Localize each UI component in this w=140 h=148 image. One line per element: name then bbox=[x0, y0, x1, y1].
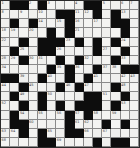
crossword-cell[interactable] bbox=[1, 19, 10, 28]
crossword-cell[interactable]: 9 bbox=[19, 10, 28, 19]
crossword-cell[interactable] bbox=[29, 74, 38, 83]
clue-number: 60 bbox=[29, 120, 33, 124]
crossword-cell[interactable]: 3 bbox=[47, 1, 56, 10]
crossword-cell[interactable]: 65 bbox=[47, 129, 56, 138]
crossword-cell[interactable]: 27 bbox=[102, 47, 111, 56]
crossword-cell[interactable] bbox=[93, 28, 102, 37]
clue-number: 29 bbox=[11, 56, 15, 60]
crossword-cell[interactable] bbox=[75, 47, 84, 56]
crossword-cell[interactable]: 40 bbox=[47, 74, 56, 83]
crossword-cell[interactable]: 48 bbox=[121, 83, 130, 92]
crossword-cell[interactable] bbox=[84, 47, 93, 56]
crossword-cell[interactable] bbox=[29, 38, 38, 47]
clue-number: 30 bbox=[29, 56, 33, 60]
crossword-cell[interactable]: 37 bbox=[102, 65, 111, 74]
crossword-cell[interactable] bbox=[29, 111, 38, 120]
crossword-cell[interactable] bbox=[10, 83, 19, 92]
crossword-cell[interactable] bbox=[65, 47, 74, 56]
clue-number: 48 bbox=[121, 83, 125, 87]
crossword-cell[interactable]: 62 bbox=[84, 120, 93, 129]
crossword-cell[interactable]: 25 bbox=[19, 47, 28, 56]
clue-number: 12 bbox=[84, 10, 88, 14]
clue-number: 1 bbox=[2, 1, 4, 5]
crossword-cell[interactable]: 35 bbox=[56, 65, 65, 74]
clue-number: 45 bbox=[29, 83, 33, 87]
crossword-cell[interactable] bbox=[111, 74, 120, 83]
crossword-cell[interactable] bbox=[29, 65, 38, 74]
black-cell bbox=[19, 38, 28, 47]
crossword-cell[interactable] bbox=[47, 83, 56, 92]
black-cell bbox=[111, 83, 120, 92]
clue-number: 52 bbox=[2, 101, 6, 105]
crossword-cell[interactable] bbox=[65, 101, 74, 110]
clue-number: 3 bbox=[47, 1, 49, 5]
black-cell bbox=[47, 38, 56, 47]
crossword-cell[interactable]: 36 bbox=[75, 65, 84, 74]
clue-number: 50 bbox=[47, 92, 51, 96]
black-cell bbox=[47, 65, 56, 74]
crossword-cell[interactable] bbox=[47, 10, 56, 19]
clue-number: 42 bbox=[121, 74, 125, 78]
clue-number: 39 bbox=[20, 74, 24, 78]
crossword-cell[interactable] bbox=[130, 120, 139, 129]
black-cell bbox=[19, 129, 28, 138]
clue-number: 11 bbox=[75, 10, 79, 14]
clue-number: 7 bbox=[130, 1, 132, 5]
black-cell bbox=[84, 74, 93, 83]
black-cell bbox=[65, 129, 74, 138]
crossword-cell[interactable] bbox=[47, 19, 56, 28]
crossword-cell[interactable]: 69 bbox=[56, 138, 65, 147]
crossword-cell[interactable] bbox=[65, 56, 74, 65]
clue-number: 23 bbox=[66, 38, 70, 42]
crossword-cell[interactable] bbox=[130, 92, 139, 101]
crossword-cell[interactable] bbox=[19, 28, 28, 37]
crossword-cell[interactable]: 60 bbox=[29, 120, 38, 129]
crossword-cell[interactable] bbox=[102, 38, 111, 47]
crossword-cell[interactable]: 43 bbox=[130, 74, 139, 83]
black-cell bbox=[111, 38, 120, 47]
crossword-cell[interactable]: 20 bbox=[29, 28, 38, 37]
crossword-cell[interactable] bbox=[29, 10, 38, 19]
crossword-cell[interactable]: 42 bbox=[121, 74, 130, 83]
crossword-cell[interactable]: 41 bbox=[93, 74, 102, 83]
black-cell bbox=[75, 56, 84, 65]
crossword-cell[interactable]: 34 bbox=[1, 65, 10, 74]
crossword-cell[interactable] bbox=[47, 101, 56, 110]
black-cell bbox=[121, 138, 130, 147]
black-cell bbox=[10, 92, 19, 101]
crossword-cell[interactable]: 53 bbox=[121, 101, 130, 110]
crossword-cell[interactable]: 51 bbox=[102, 92, 111, 101]
crossword-cell[interactable] bbox=[102, 83, 111, 92]
black-cell bbox=[19, 120, 28, 129]
black-cell bbox=[93, 65, 102, 74]
black-cell bbox=[121, 65, 130, 74]
crossword-cell[interactable] bbox=[130, 138, 139, 147]
clue-number: 22 bbox=[2, 38, 6, 42]
crossword-cell[interactable] bbox=[29, 138, 38, 147]
clue-number: 28 bbox=[2, 56, 6, 60]
clue-number: 38 bbox=[112, 65, 116, 69]
crossword-cell[interactable] bbox=[130, 28, 139, 37]
black-cell bbox=[84, 1, 93, 10]
crossword-cell[interactable]: 18 bbox=[1, 28, 10, 37]
clue-number: 21 bbox=[75, 28, 79, 32]
crossword-cell[interactable]: 13 bbox=[121, 10, 130, 19]
black-cell bbox=[38, 101, 47, 110]
black-cell bbox=[56, 56, 65, 65]
crossword-cell[interactable] bbox=[111, 129, 120, 138]
crossword-cell[interactable] bbox=[29, 92, 38, 101]
crossword-cell[interactable] bbox=[56, 129, 65, 138]
clue-number: 59 bbox=[112, 111, 116, 115]
crossword-cell[interactable] bbox=[102, 10, 111, 19]
black-cell bbox=[121, 28, 130, 37]
clue-number: 66 bbox=[84, 129, 88, 133]
clue-number: 34 bbox=[2, 65, 6, 69]
black-cell bbox=[56, 38, 65, 47]
black-cell bbox=[38, 138, 47, 147]
crossword-cell[interactable]: 23 bbox=[65, 38, 74, 47]
crossword-cell[interactable]: 2 bbox=[29, 1, 38, 10]
black-cell bbox=[38, 38, 47, 47]
crossword-cell[interactable] bbox=[84, 19, 93, 28]
clue-number: 69 bbox=[57, 138, 61, 142]
crossword-cell[interactable] bbox=[130, 19, 139, 28]
black-cell bbox=[65, 28, 74, 37]
crossword-grid: 1234567891011121314151617181920212223242… bbox=[1, 1, 139, 147]
black-cell bbox=[29, 19, 38, 28]
crossword-cell[interactable] bbox=[65, 92, 74, 101]
clue-number: 33 bbox=[121, 56, 125, 60]
clue-number: 61 bbox=[75, 120, 79, 124]
crossword-cell[interactable] bbox=[93, 83, 102, 92]
crossword-cell[interactable] bbox=[65, 1, 74, 10]
black-cell bbox=[84, 92, 93, 101]
crossword-cell[interactable]: 1 bbox=[1, 1, 10, 10]
crossword-cell[interactable] bbox=[29, 101, 38, 110]
black-cell bbox=[10, 120, 19, 129]
crossword-cell[interactable]: 45 bbox=[29, 83, 38, 92]
black-cell bbox=[65, 120, 74, 129]
clue-number: 16 bbox=[75, 19, 79, 23]
crossword-cell[interactable]: 28 bbox=[1, 56, 10, 65]
crossword-cell[interactable]: 47 bbox=[84, 83, 93, 92]
crossword-cell[interactable]: 4 bbox=[75, 1, 84, 10]
crossword-cell[interactable] bbox=[102, 56, 111, 65]
black-cell bbox=[19, 83, 28, 92]
crossword-cell[interactable] bbox=[56, 92, 65, 101]
clue-number: 6 bbox=[121, 1, 123, 5]
crossword-cell[interactable]: 32 bbox=[84, 56, 93, 65]
crossword-cell[interactable]: 5 bbox=[102, 1, 111, 10]
black-cell bbox=[84, 111, 93, 120]
crossword-cell[interactable] bbox=[10, 38, 19, 47]
crossword-cell[interactable] bbox=[130, 101, 139, 110]
clue-number: 49 bbox=[20, 92, 24, 96]
black-cell bbox=[38, 47, 47, 56]
black-cell bbox=[93, 38, 102, 47]
crossword-cell[interactable] bbox=[130, 47, 139, 56]
crossword-cell[interactable] bbox=[84, 28, 93, 37]
crossword-cell[interactable] bbox=[130, 10, 139, 19]
crossword-cell[interactable]: 16 bbox=[75, 19, 84, 28]
black-cell bbox=[75, 101, 84, 110]
crossword-cell[interactable] bbox=[111, 120, 120, 129]
crossword-cell[interactable]: 61 bbox=[75, 120, 84, 129]
crossword-cell[interactable] bbox=[1, 92, 10, 101]
crossword-cell[interactable] bbox=[102, 138, 111, 147]
clue-number: 43 bbox=[130, 74, 134, 78]
clue-number: 13 bbox=[121, 10, 125, 14]
crossword-cell[interactable]: 68 bbox=[1, 138, 10, 147]
crossword-cell[interactable] bbox=[56, 28, 65, 37]
crossword-cell[interactable] bbox=[102, 19, 111, 28]
crossword-cell[interactable] bbox=[84, 65, 93, 74]
black-cell bbox=[111, 56, 120, 65]
crossword-cell[interactable]: 29 bbox=[10, 56, 19, 65]
crossword-cell[interactable]: 6 bbox=[121, 1, 130, 10]
black-cell bbox=[93, 10, 102, 19]
crossword-cell[interactable] bbox=[102, 28, 111, 37]
crossword-cell[interactable] bbox=[121, 129, 130, 138]
crossword-cell[interactable]: 11 bbox=[75, 10, 84, 19]
crossword-cell[interactable]: 59 bbox=[111, 111, 120, 120]
black-cell bbox=[38, 129, 47, 138]
crossword-cell[interactable] bbox=[75, 138, 84, 147]
black-cell bbox=[75, 38, 84, 47]
crossword-cell[interactable] bbox=[75, 92, 84, 101]
clue-number: 37 bbox=[103, 65, 107, 69]
black-cell bbox=[65, 74, 74, 83]
crossword-cell[interactable] bbox=[111, 47, 120, 56]
crossword-cell[interactable] bbox=[19, 19, 28, 28]
clue-number: 54 bbox=[20, 111, 24, 115]
crossword-cell[interactable]: 14 bbox=[38, 19, 47, 28]
crossword-cell[interactable] bbox=[10, 101, 19, 110]
black-cell bbox=[93, 92, 102, 101]
clue-number: 32 bbox=[84, 56, 88, 60]
black-cell bbox=[47, 138, 56, 147]
clue-number: 9 bbox=[20, 10, 22, 14]
clue-number: 15 bbox=[57, 19, 61, 23]
crossword-cell[interactable] bbox=[111, 28, 120, 37]
crossword-cell[interactable] bbox=[93, 129, 102, 138]
crossword-cell[interactable]: 44 bbox=[1, 83, 10, 92]
black-cell bbox=[65, 10, 74, 19]
black-cell bbox=[111, 19, 120, 28]
crossword-cell[interactable] bbox=[47, 56, 56, 65]
clue-number: 46 bbox=[66, 83, 70, 87]
black-cell bbox=[10, 19, 19, 28]
black-cell bbox=[93, 47, 102, 56]
crossword-cell[interactable] bbox=[102, 101, 111, 110]
crossword-cell[interactable]: 54 bbox=[19, 111, 28, 120]
black-cell bbox=[38, 92, 47, 101]
crossword-cell[interactable]: 64 bbox=[10, 129, 19, 138]
crossword-cell[interactable] bbox=[29, 47, 38, 56]
crossword-cell[interactable] bbox=[93, 120, 102, 129]
black-cell bbox=[47, 47, 56, 56]
crossword-cell[interactable] bbox=[130, 56, 139, 65]
clue-number: 27 bbox=[103, 47, 107, 51]
crossword-cell[interactable] bbox=[84, 38, 93, 47]
crossword-cell[interactable]: 12 bbox=[84, 10, 93, 19]
crossword-cell[interactable]: 39 bbox=[19, 74, 28, 83]
black-cell bbox=[19, 1, 28, 10]
black-cell bbox=[10, 1, 19, 10]
black-cell bbox=[121, 92, 130, 101]
crossword-cell[interactable] bbox=[56, 120, 65, 129]
crossword-cell[interactable]: 52 bbox=[1, 101, 10, 110]
black-cell bbox=[121, 19, 130, 28]
clue-number: 26 bbox=[57, 47, 61, 51]
black-cell bbox=[19, 101, 28, 110]
black-cell bbox=[93, 1, 102, 10]
clue-number: 53 bbox=[121, 101, 125, 105]
crossword-cell[interactable]: 63 bbox=[1, 129, 10, 138]
clue-number: 24 bbox=[121, 38, 125, 42]
clue-number: 19 bbox=[11, 28, 15, 32]
clue-number: 36 bbox=[75, 65, 79, 69]
clue-number: 31 bbox=[38, 56, 42, 60]
crossword-cell[interactable] bbox=[130, 83, 139, 92]
crossword-cell[interactable] bbox=[10, 65, 19, 74]
crossword-cell[interactable] bbox=[47, 120, 56, 129]
clue-number: 47 bbox=[84, 83, 88, 87]
crossword-cell[interactable]: 19 bbox=[10, 28, 19, 37]
crossword-cell[interactable] bbox=[38, 65, 47, 74]
crossword-cell[interactable]: 38 bbox=[111, 65, 120, 74]
crossword-cell[interactable] bbox=[38, 28, 47, 37]
crossword-cell[interactable] bbox=[1, 47, 10, 56]
crossword-cell[interactable]: 22 bbox=[1, 38, 10, 47]
black-cell bbox=[10, 47, 19, 56]
black-cell bbox=[10, 74, 19, 83]
black-cell bbox=[56, 101, 65, 110]
crossword-cell[interactable]: 57 bbox=[75, 111, 84, 120]
black-cell bbox=[93, 138, 102, 147]
crossword-cell[interactable] bbox=[10, 10, 19, 19]
clue-number: 68 bbox=[2, 138, 6, 142]
clue-number: 25 bbox=[20, 47, 24, 51]
crossword-cell[interactable] bbox=[130, 111, 139, 120]
black-cell bbox=[56, 83, 65, 92]
black-cell bbox=[65, 111, 74, 120]
crossword-cell[interactable]: 17 bbox=[93, 19, 102, 28]
crossword-cell[interactable] bbox=[38, 120, 47, 129]
black-cell bbox=[19, 56, 28, 65]
crossword-cell[interactable] bbox=[75, 74, 84, 83]
crossword-cell[interactable] bbox=[47, 111, 56, 120]
crossword-cell[interactable]: 21 bbox=[75, 28, 84, 37]
clue-number: 18 bbox=[2, 28, 6, 32]
clue-number: 62 bbox=[84, 120, 88, 124]
crossword-cell[interactable] bbox=[130, 129, 139, 138]
crossword-cell[interactable] bbox=[29, 129, 38, 138]
crossword-cell[interactable] bbox=[84, 138, 93, 147]
crossword-cell[interactable]: 50 bbox=[47, 92, 56, 101]
clue-number: 14 bbox=[38, 19, 42, 23]
crossword-cell[interactable]: 15 bbox=[56, 19, 65, 28]
crossword-cell[interactable]: 46 bbox=[65, 83, 74, 92]
clue-number: 5 bbox=[103, 1, 105, 5]
black-cell bbox=[121, 120, 130, 129]
crossword-cell[interactable] bbox=[56, 1, 65, 10]
black-cell bbox=[111, 101, 120, 110]
black-cell bbox=[111, 10, 120, 19]
crossword-cell[interactable] bbox=[102, 111, 111, 120]
crossword-cell[interactable]: 55 bbox=[38, 111, 47, 120]
crossword-cell[interactable]: 58 bbox=[93, 111, 102, 120]
crossword-cell[interactable] bbox=[130, 38, 139, 47]
black-cell bbox=[38, 74, 47, 83]
clue-number: 51 bbox=[103, 92, 107, 96]
crossword-cell[interactable] bbox=[56, 74, 65, 83]
black-cell bbox=[130, 65, 139, 74]
black-cell bbox=[56, 10, 65, 19]
black-cell bbox=[65, 65, 74, 74]
crossword-cell[interactable] bbox=[1, 111, 10, 120]
clue-number: 63 bbox=[2, 129, 6, 133]
clue-number: 4 bbox=[75, 1, 77, 5]
crossword-cell[interactable]: 31 bbox=[38, 56, 47, 65]
clue-number: 2 bbox=[29, 1, 31, 5]
crossword-cell[interactable] bbox=[10, 138, 19, 147]
crossword-cell[interactable] bbox=[38, 83, 47, 92]
crossword-cell[interactable]: 66 bbox=[84, 129, 93, 138]
clue-number: 8 bbox=[2, 10, 4, 14]
crossword-cell[interactable] bbox=[65, 138, 74, 147]
black-cell bbox=[10, 111, 19, 120]
crossword-cell[interactable]: 30 bbox=[29, 56, 38, 65]
crossword-cell[interactable] bbox=[19, 138, 28, 147]
crossword-cell[interactable] bbox=[102, 74, 111, 83]
crossword-cell[interactable]: 67 bbox=[102, 129, 111, 138]
black-cell bbox=[1, 74, 10, 83]
crossword-cell[interactable]: 8 bbox=[1, 10, 10, 19]
crossword-cell[interactable] bbox=[93, 56, 102, 65]
clue-number: 41 bbox=[93, 74, 97, 78]
clue-number: 58 bbox=[93, 111, 97, 115]
clue-number: 20 bbox=[29, 28, 33, 32]
crossword-cell[interactable] bbox=[1, 120, 10, 129]
crossword-board: 1234567891011121314151617181920212223242… bbox=[0, 0, 140, 148]
crossword-cell[interactable] bbox=[111, 1, 120, 10]
clue-number: 56 bbox=[57, 111, 61, 115]
crossword-cell[interactable] bbox=[111, 92, 120, 101]
black-cell bbox=[84, 101, 93, 110]
clue-number: 57 bbox=[75, 111, 79, 115]
black-cell bbox=[93, 101, 102, 110]
crossword-cell[interactable]: 49 bbox=[19, 92, 28, 101]
crossword-cell[interactable]: 7 bbox=[130, 1, 139, 10]
crossword-cell[interactable]: 33 bbox=[121, 56, 130, 65]
crossword-cell[interactable]: 24 bbox=[121, 38, 130, 47]
black-cell bbox=[75, 129, 84, 138]
black-cell bbox=[75, 83, 84, 92]
crossword-cell[interactable]: 56 bbox=[56, 111, 65, 120]
crossword-cell[interactable]: 26 bbox=[56, 47, 65, 56]
crossword-cell[interactable]: 10 bbox=[38, 10, 47, 19]
clue-number: 40 bbox=[47, 74, 51, 78]
crossword-cell[interactable] bbox=[19, 65, 28, 74]
black-cell bbox=[121, 47, 130, 56]
crossword-cell[interactable] bbox=[121, 111, 130, 120]
clue-number: 67 bbox=[103, 129, 107, 133]
clue-number: 17 bbox=[93, 19, 97, 23]
